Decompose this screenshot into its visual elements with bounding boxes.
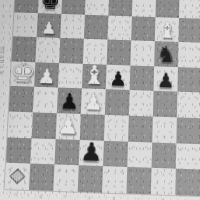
- edge-coordinate-label: h: [4, 192, 29, 198]
- board-square-e5[interactable]: ♝: [82, 64, 107, 90]
- board-square-h1[interactable]: [5, 163, 31, 190]
- chess-piece-white-pawn-e4[interactable]: ♟: [83, 92, 103, 114]
- edge-coordinate-label: g: [29, 193, 54, 199]
- board-square-a5[interactable]: [177, 67, 200, 93]
- board-square-a7[interactable]: [178, 18, 200, 43]
- board-square-f6[interactable]: [59, 38, 84, 64]
- board-square-f7[interactable]: [60, 14, 85, 39]
- board-square-h8[interactable]: [14, 0, 39, 13]
- board-square-b2[interactable]: [152, 142, 177, 169]
- board-square-c1[interactable]: [126, 167, 151, 194]
- board-square-e8[interactable]: [85, 0, 109, 15]
- board-square-f4[interactable]: ♟: [57, 88, 82, 114]
- chess-piece-white-pawn-f3[interactable]: ♟: [57, 114, 79, 138]
- board-square-g3[interactable]: [32, 112, 57, 138]
- chess-piece-white-pawn-g5[interactable]: ♟: [37, 66, 56, 86]
- board-square-d7[interactable]: [108, 15, 132, 40]
- chess-piece-white-bishop-b7[interactable]: ♝: [157, 19, 177, 41]
- board-square-g7[interactable]: ♟: [37, 13, 62, 38]
- board-square-b3[interactable]: [152, 116, 177, 142]
- board-square-h4[interactable]: [9, 86, 34, 112]
- board-square-d3[interactable]: [104, 115, 129, 141]
- board-square-d1[interactable]: [102, 166, 127, 193]
- board-square-b8[interactable]: [155, 0, 179, 18]
- board-margin-brand-text: ®CHESS: [0, 45, 6, 76]
- edge-coordinate-label: b: [151, 197, 176, 200]
- board-square-e4[interactable]: ♟: [81, 89, 106, 115]
- chess-piece-black-pawn-f4[interactable]: ♟: [59, 91, 79, 113]
- board-square-b4[interactable]: [153, 91, 178, 117]
- board-square-c6[interactable]: [130, 41, 154, 67]
- board-square-h5[interactable]: ♚: [10, 61, 35, 87]
- board-photo: ®CHESS ♚♟♝♞♚♟♝♟♟♟♟♟♟ hgfedcba: [0, 0, 200, 200]
- board-square-c7[interactable]: [131, 16, 155, 41]
- board-square-e1[interactable]: [78, 165, 103, 192]
- board-square-g6[interactable]: [35, 37, 60, 63]
- board-square-f1[interactable]: [53, 165, 78, 192]
- chess-piece-black-knight-b6[interactable]: ♞: [156, 43, 177, 66]
- board-square-e2[interactable]: ♟: [79, 140, 104, 167]
- chess-piece-black-pawn-b5[interactable]: ♟: [156, 70, 175, 91]
- board-square-b5[interactable]: ♟: [154, 66, 178, 92]
- board-square-c3[interactable]: [128, 116, 153, 142]
- edge-coordinate-label: a: [175, 198, 200, 200]
- board-square-f8[interactable]: [61, 0, 85, 14]
- board-square-g2[interactable]: [30, 138, 55, 165]
- board-square-f2[interactable]: [54, 139, 79, 166]
- board-square-g1[interactable]: [29, 164, 55, 191]
- board-logo-diamond: [10, 168, 26, 184]
- board-square-c4[interactable]: [129, 90, 154, 116]
- board-square-a6[interactable]: [178, 42, 200, 68]
- edge-coordinate-label: d: [102, 196, 127, 200]
- board-square-d4[interactable]: [105, 90, 130, 116]
- board-square-a8[interactable]: [179, 0, 200, 18]
- board-square-h2[interactable]: [6, 137, 32, 164]
- board-square-a2[interactable]: [176, 143, 200, 170]
- board-square-b6[interactable]: ♞: [154, 41, 178, 67]
- board-square-g8[interactable]: ♚: [38, 0, 63, 14]
- board-square-g4[interactable]: [33, 87, 58, 113]
- board-square-e7[interactable]: [84, 14, 109, 39]
- board-square-a1[interactable]: [175, 169, 200, 196]
- chess-piece-black-king-g8[interactable]: ♚: [40, 0, 60, 13]
- chess-piece-black-pawn-e2[interactable]: ♟: [80, 139, 104, 165]
- edge-coordinate-label: c: [126, 197, 151, 200]
- board-square-c5[interactable]: [130, 65, 155, 91]
- chess-piece-white-bishop-e5[interactable]: ♝: [82, 62, 107, 89]
- edge-coordinate-label: e: [77, 195, 102, 200]
- chess-piece-white-king-h5[interactable]: ♚: [10, 57, 37, 86]
- board-square-b7[interactable]: ♝: [155, 17, 179, 42]
- board-square-h3[interactable]: [7, 112, 32, 138]
- edge-coordinate-label: f: [53, 194, 78, 200]
- board-square-c2[interactable]: [127, 141, 152, 168]
- board-square-f3[interactable]: ♟: [56, 113, 81, 139]
- board-square-a4[interactable]: [177, 92, 200, 118]
- board-square-a3[interactable]: [176, 117, 200, 143]
- board-square-d5[interactable]: ♟: [106, 64, 131, 90]
- board-square-b1[interactable]: [151, 168, 176, 195]
- board-square-d8[interactable]: [108, 0, 132, 16]
- chess-piece-black-pawn-d5[interactable]: ♟: [109, 69, 128, 89]
- board-square-g5[interactable]: ♟: [34, 62, 59, 88]
- board-square-f5[interactable]: [58, 63, 83, 89]
- board-square-d2[interactable]: [103, 140, 128, 167]
- board-square-c8[interactable]: [132, 0, 156, 17]
- chess-board: ♚♟♝♞♚♟♝♟♟♟♟♟♟: [5, 0, 200, 196]
- chess-piece-white-pawn-g7[interactable]: ♟: [41, 20, 57, 37]
- board-square-h7[interactable]: [13, 12, 38, 37]
- board-square-d6[interactable]: [107, 40, 132, 66]
- chess-board-sheet: ®CHESS ♚♟♝♞♚♟♝♟♟♟♟♟♟ hgfedcba: [0, 0, 200, 200]
